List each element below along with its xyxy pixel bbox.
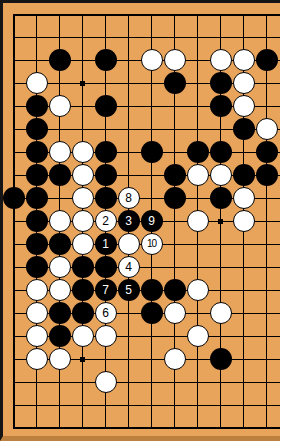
black-stone bbox=[26, 256, 48, 278]
black-stone bbox=[256, 164, 278, 186]
white-stone bbox=[72, 187, 94, 209]
white-stone bbox=[210, 164, 232, 186]
move-number: 1 bbox=[102, 238, 109, 250]
move-number: 4 bbox=[125, 261, 132, 273]
black-stone bbox=[95, 49, 117, 71]
black-stone bbox=[26, 164, 48, 186]
black-stone bbox=[141, 141, 163, 163]
black-stone bbox=[210, 72, 232, 94]
white-stone bbox=[141, 49, 163, 71]
white-stone bbox=[164, 348, 186, 370]
black-stone bbox=[26, 210, 48, 232]
white-stone bbox=[26, 325, 48, 347]
black-stone bbox=[95, 141, 117, 163]
black-stone bbox=[95, 164, 117, 186]
white-stone bbox=[233, 72, 255, 94]
black-stone bbox=[72, 302, 94, 324]
white-stone bbox=[187, 279, 209, 301]
black-stone bbox=[49, 49, 71, 71]
grid-line-vertical bbox=[266, 14, 267, 429]
black-stone: 1 bbox=[95, 233, 117, 255]
black-stone bbox=[49, 164, 71, 186]
white-stone bbox=[95, 325, 117, 347]
black-stone bbox=[164, 164, 186, 186]
white-stone bbox=[26, 302, 48, 324]
black-stone bbox=[95, 256, 117, 278]
white-stone: 4 bbox=[118, 256, 140, 278]
go-board: 82391104756 bbox=[0, 0, 280, 441]
grid-line-horizontal bbox=[13, 382, 281, 383]
black-stone bbox=[49, 233, 71, 255]
black-stone bbox=[26, 233, 48, 255]
white-stone: 2 bbox=[95, 210, 117, 232]
black-stone bbox=[210, 141, 232, 163]
white-stone bbox=[210, 49, 232, 71]
move-number: 7 bbox=[102, 284, 109, 296]
white-stone bbox=[72, 164, 94, 186]
white-stone bbox=[49, 279, 71, 301]
white-stone: 6 bbox=[95, 302, 117, 324]
white-stone bbox=[187, 164, 209, 186]
white-stone bbox=[26, 279, 48, 301]
move-number: 5 bbox=[125, 284, 132, 296]
black-stone: 5 bbox=[118, 279, 140, 301]
black-stone bbox=[72, 256, 94, 278]
white-stone bbox=[233, 95, 255, 117]
white-stone bbox=[72, 210, 94, 232]
grid-line-horizontal bbox=[13, 14, 281, 16]
black-stone bbox=[187, 141, 209, 163]
black-stone bbox=[49, 302, 71, 324]
white-stone bbox=[164, 302, 186, 324]
white-stone bbox=[26, 72, 48, 94]
black-stone bbox=[141, 279, 163, 301]
white-stone bbox=[49, 95, 71, 117]
white-stone bbox=[164, 49, 186, 71]
black-stone bbox=[26, 187, 48, 209]
move-number: 10 bbox=[147, 239, 156, 249]
black-stone bbox=[3, 187, 25, 209]
grid-line-horizontal bbox=[13, 427, 281, 429]
black-stone bbox=[210, 187, 232, 209]
black-stone bbox=[26, 118, 48, 140]
move-number: 8 bbox=[125, 192, 132, 204]
white-stone bbox=[233, 187, 255, 209]
white-stone: 8 bbox=[118, 187, 140, 209]
hoshi-point bbox=[80, 357, 85, 362]
white-stone bbox=[49, 256, 71, 278]
black-stone bbox=[95, 95, 117, 117]
hoshi-point bbox=[80, 81, 85, 86]
black-stone bbox=[210, 348, 232, 370]
black-stone bbox=[95, 187, 117, 209]
move-number: 3 bbox=[125, 215, 132, 227]
black-stone: 7 bbox=[95, 279, 117, 301]
white-stone bbox=[187, 210, 209, 232]
white-stone bbox=[72, 141, 94, 163]
black-stone: 9 bbox=[141, 210, 163, 232]
white-stone: 10 bbox=[141, 233, 163, 255]
black-stone bbox=[164, 279, 186, 301]
black-stone bbox=[26, 141, 48, 163]
white-stone bbox=[118, 233, 140, 255]
white-stone bbox=[233, 49, 255, 71]
move-number: 6 bbox=[102, 307, 109, 319]
white-stone bbox=[49, 210, 71, 232]
white-stone bbox=[26, 348, 48, 370]
black-stone bbox=[26, 95, 48, 117]
black-stone bbox=[164, 72, 186, 94]
white-stone bbox=[256, 118, 278, 140]
hoshi-point bbox=[218, 219, 223, 224]
black-stone bbox=[233, 118, 255, 140]
white-stone bbox=[49, 141, 71, 163]
black-stone bbox=[210, 95, 232, 117]
white-stone bbox=[187, 325, 209, 347]
black-stone bbox=[72, 279, 94, 301]
grid-line-horizontal bbox=[13, 37, 281, 38]
white-stone bbox=[210, 302, 232, 324]
move-number: 2 bbox=[102, 215, 109, 227]
black-stone bbox=[233, 164, 255, 186]
white-stone bbox=[72, 233, 94, 255]
white-stone bbox=[49, 348, 71, 370]
grid-line-vertical bbox=[13, 14, 15, 429]
black-stone bbox=[256, 141, 278, 163]
black-stone bbox=[256, 49, 278, 71]
white-stone bbox=[95, 371, 117, 393]
black-stone bbox=[141, 302, 163, 324]
grid-line-horizontal bbox=[13, 405, 281, 406]
white-stone bbox=[72, 325, 94, 347]
black-stone bbox=[164, 187, 186, 209]
white-stone bbox=[233, 210, 255, 232]
black-stone bbox=[49, 325, 71, 347]
black-stone: 3 bbox=[118, 210, 140, 232]
move-number: 9 bbox=[148, 215, 155, 227]
